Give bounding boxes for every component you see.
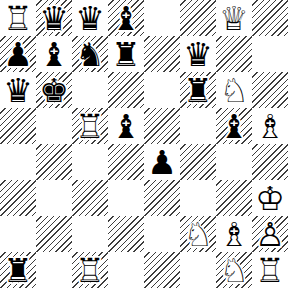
piece-glyph: ♛ [0, 72, 36, 108]
piece-white-rook: ♜♖ [72, 108, 108, 144]
piece-white-rook: ♜♖ [252, 252, 288, 288]
square-a4[interactable] [0, 144, 36, 180]
piece-glyph: ♘ [216, 252, 252, 288]
square-d3[interactable] [108, 180, 144, 216]
piece-black-rook: ♜♜ [0, 252, 36, 288]
square-e6[interactable] [144, 72, 180, 108]
piece-white-rook: ♜♖ [72, 252, 108, 288]
piece-white-knight: ♞♘ [180, 216, 216, 252]
piece-black-bishop: ♝♝ [36, 36, 72, 72]
square-f8[interactable] [180, 0, 216, 36]
square-b2[interactable] [36, 216, 72, 252]
square-e1[interactable] [144, 252, 180, 288]
square-e4[interactable]: ♟♟ [144, 144, 180, 180]
piece-glyph: ♕ [216, 0, 252, 36]
piece-black-rook: ♜♜ [180, 72, 216, 108]
square-g6[interactable]: ♞♘ [216, 72, 252, 108]
piece-glyph: ♗ [216, 216, 252, 252]
square-g7[interactable] [216, 36, 252, 72]
piece-glyph: ♗ [252, 108, 288, 144]
square-c6[interactable] [72, 72, 108, 108]
square-d4[interactable] [108, 144, 144, 180]
piece-white-pawn: ♟♙ [252, 216, 288, 252]
piece-glyph: ♘ [180, 216, 216, 252]
piece-black-queen: ♛♛ [0, 72, 36, 108]
piece-glyph: ♟ [144, 144, 180, 180]
square-g2[interactable]: ♝♗ [216, 216, 252, 252]
piece-black-king: ♚♚ [36, 72, 72, 108]
square-e8[interactable] [144, 0, 180, 36]
square-d7[interactable]: ♜♜ [108, 36, 144, 72]
square-h2[interactable]: ♟♙ [252, 216, 288, 252]
square-a1[interactable]: ♜♜ [0, 252, 36, 288]
square-a7[interactable]: ♟♟ [0, 36, 36, 72]
piece-black-bishop: ♝♝ [108, 108, 144, 144]
piece-glyph: ♙ [252, 216, 288, 252]
piece-white-king: ♚♔ [252, 180, 288, 216]
square-f7[interactable]: ♛♛ [180, 36, 216, 72]
piece-white-knight: ♞♘ [216, 252, 252, 288]
square-f2[interactable]: ♞♘ [180, 216, 216, 252]
piece-glyph: ♛ [36, 0, 72, 36]
square-e2[interactable] [144, 216, 180, 252]
piece-black-bishop: ♝♝ [216, 108, 252, 144]
square-d5[interactable]: ♝♝ [108, 108, 144, 144]
piece-white-bishop: ♝♗ [252, 108, 288, 144]
square-f5[interactable] [180, 108, 216, 144]
square-a6[interactable]: ♛♛ [0, 72, 36, 108]
square-g1[interactable]: ♞♘ [216, 252, 252, 288]
piece-black-knight: ♞♞ [72, 36, 108, 72]
square-c8[interactable]: ♛♛ [72, 0, 108, 36]
piece-black-queen: ♛♛ [180, 36, 216, 72]
square-h7[interactable] [252, 36, 288, 72]
square-b1[interactable] [36, 252, 72, 288]
square-f1[interactable] [180, 252, 216, 288]
square-a5[interactable] [0, 108, 36, 144]
piece-black-rook: ♜♜ [108, 36, 144, 72]
piece-glyph: ♟ [0, 36, 36, 72]
square-e5[interactable] [144, 108, 180, 144]
piece-white-queen: ♛♕ [216, 0, 252, 36]
square-h4[interactable] [252, 144, 288, 180]
square-b5[interactable] [36, 108, 72, 144]
square-g3[interactable] [216, 180, 252, 216]
square-c2[interactable] [72, 216, 108, 252]
square-c3[interactable] [72, 180, 108, 216]
piece-glyph: ♝ [36, 36, 72, 72]
square-a2[interactable] [0, 216, 36, 252]
square-h5[interactable]: ♝♗ [252, 108, 288, 144]
piece-glyph: ♞ [72, 36, 108, 72]
square-h3[interactable]: ♚♔ [252, 180, 288, 216]
square-h8[interactable] [252, 0, 288, 36]
square-h6[interactable] [252, 72, 288, 108]
piece-black-queen: ♛♛ [36, 0, 72, 36]
square-f6[interactable]: ♜♜ [180, 72, 216, 108]
square-b3[interactable] [36, 180, 72, 216]
piece-glyph: ♚ [36, 72, 72, 108]
square-b7[interactable]: ♝♝ [36, 36, 72, 72]
square-b4[interactable] [36, 144, 72, 180]
chess-board: ♜♖♛♛♛♛♝♝♛♕♟♟♝♝♞♞♜♜♛♛♛♛♚♚♜♜♞♘♜♖♝♝♝♝♝♗♟♟♚♔… [0, 0, 288, 288]
piece-glyph: ♖ [252, 252, 288, 288]
piece-glyph: ♝ [108, 108, 144, 144]
square-a3[interactable] [0, 180, 36, 216]
piece-glyph: ♜ [180, 72, 216, 108]
square-d1[interactable] [108, 252, 144, 288]
square-e3[interactable] [144, 180, 180, 216]
piece-glyph: ♝ [216, 108, 252, 144]
square-a8[interactable]: ♜♖ [0, 0, 36, 36]
piece-glyph: ♖ [72, 108, 108, 144]
square-c5[interactable]: ♜♖ [72, 108, 108, 144]
piece-glyph: ♜ [0, 252, 36, 288]
square-d6[interactable] [108, 72, 144, 108]
piece-white-bishop: ♝♗ [216, 216, 252, 252]
square-e7[interactable] [144, 36, 180, 72]
square-g4[interactable] [216, 144, 252, 180]
piece-black-pawn: ♟♟ [144, 144, 180, 180]
square-b8[interactable]: ♛♛ [36, 0, 72, 36]
square-b6[interactable]: ♚♚ [36, 72, 72, 108]
piece-black-queen: ♛♛ [72, 0, 108, 36]
square-d2[interactable] [108, 216, 144, 252]
square-c1[interactable]: ♜♖ [72, 252, 108, 288]
square-g8[interactable]: ♛♕ [216, 0, 252, 36]
square-d8[interactable]: ♝♝ [108, 0, 144, 36]
piece-glyph: ♜ [108, 36, 144, 72]
square-f4[interactable] [180, 144, 216, 180]
piece-black-bishop: ♝♝ [108, 0, 144, 36]
square-c4[interactable] [72, 144, 108, 180]
piece-black-pawn: ♟♟ [0, 36, 36, 72]
square-f3[interactable] [180, 180, 216, 216]
piece-glyph: ♔ [252, 180, 288, 216]
piece-glyph: ♘ [216, 72, 252, 108]
piece-glyph: ♝ [108, 0, 144, 36]
square-g5[interactable]: ♝♝ [216, 108, 252, 144]
square-h1[interactable]: ♜♖ [252, 252, 288, 288]
piece-glyph: ♛ [180, 36, 216, 72]
piece-white-knight: ♞♘ [216, 72, 252, 108]
piece-white-rook: ♜♖ [0, 0, 36, 36]
piece-glyph: ♖ [0, 0, 36, 36]
piece-glyph: ♖ [72, 252, 108, 288]
square-c7[interactable]: ♞♞ [72, 36, 108, 72]
piece-glyph: ♛ [72, 0, 108, 36]
